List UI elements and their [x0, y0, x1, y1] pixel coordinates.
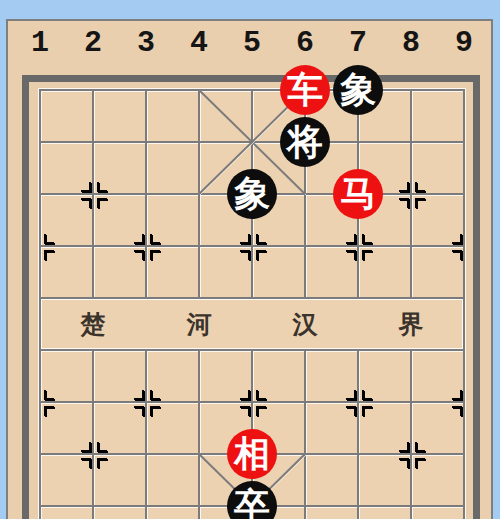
river-label-汉: 汉: [293, 308, 318, 341]
point-mark-bracket: [346, 234, 356, 244]
point-mark-bracket: [97, 442, 107, 452]
point-mark-bracket: [399, 182, 409, 192]
point-mark-bracket: [362, 234, 372, 244]
point-mark-bracket: [81, 442, 91, 452]
point-mark-bracket: [452, 234, 462, 244]
column-label-1: 1: [31, 29, 49, 57]
point-mark-bracket: [256, 250, 266, 260]
piece-red-elephant[interactable]: 相: [227, 429, 277, 479]
point-mark-bracket: [240, 390, 250, 400]
point-mark-bracket: [44, 250, 54, 260]
point-mark-bracket: [44, 390, 54, 400]
piece-black-general[interactable]: 将: [280, 117, 330, 167]
column-label-6: 6: [296, 29, 314, 57]
board-cell[interactable]: [94, 507, 145, 519]
point-mark-bracket: [415, 442, 425, 452]
board-cell[interactable]: [147, 507, 198, 519]
point-mark-bracket: [399, 458, 409, 468]
board-cell[interactable]: [94, 91, 145, 141]
board-cell[interactable]: [359, 507, 410, 519]
point-mark-bracket: [256, 390, 266, 400]
point-mark-bracket: [150, 406, 160, 416]
board-cell[interactable]: [200, 91, 251, 141]
point-mark-bracket: [346, 250, 356, 260]
piece-red-horse[interactable]: 马: [333, 169, 383, 219]
column-label-2: 2: [84, 29, 102, 57]
piece-black-elephant[interactable]: 象: [333, 65, 383, 115]
point-mark-bracket: [97, 458, 107, 468]
point-mark-bracket: [240, 406, 250, 416]
point-mark-bracket: [399, 198, 409, 208]
point-mark-bracket: [150, 250, 160, 260]
point-mark-bracket: [452, 406, 462, 416]
board-cell[interactable]: [306, 507, 357, 519]
column-label-5: 5: [243, 29, 261, 57]
point-mark-bracket: [134, 250, 144, 260]
point-mark-bracket: [134, 406, 144, 416]
point-mark-bracket: [256, 234, 266, 244]
board-cell[interactable]: [412, 91, 463, 141]
point-mark-bracket: [346, 390, 356, 400]
river-label-楚: 楚: [81, 308, 106, 341]
point-mark-bracket: [134, 390, 144, 400]
point-mark-bracket: [134, 234, 144, 244]
column-label-7: 7: [349, 29, 367, 57]
point-mark-bracket: [81, 182, 91, 192]
point-mark-bracket: [150, 234, 160, 244]
point-mark-bracket: [81, 198, 91, 208]
point-mark-bracket: [415, 458, 425, 468]
piece-red-chariot[interactable]: 车: [280, 65, 330, 115]
column-label-8: 8: [402, 29, 420, 57]
point-mark-bracket: [415, 198, 425, 208]
point-mark-bracket: [44, 406, 54, 416]
point-mark-bracket: [240, 250, 250, 260]
point-mark-bracket: [44, 234, 54, 244]
point-mark-bracket: [240, 234, 250, 244]
board-cell[interactable]: [41, 507, 92, 519]
point-mark-bracket: [256, 406, 266, 416]
board-cell[interactable]: [412, 507, 463, 519]
point-mark-bracket: [97, 198, 107, 208]
point-mark-bracket: [346, 406, 356, 416]
piece-black-soldier[interactable]: 卒: [227, 481, 277, 519]
column-label-4: 4: [190, 29, 208, 57]
point-mark-bracket: [81, 458, 91, 468]
point-mark-bracket: [452, 250, 462, 260]
column-label-3: 3: [137, 29, 155, 57]
point-mark-bracket: [399, 442, 409, 452]
board-cell[interactable]: [147, 143, 198, 193]
point-mark-bracket: [362, 390, 372, 400]
board-cell[interactable]: [147, 455, 198, 505]
point-mark-bracket: [362, 406, 372, 416]
board-cell[interactable]: [147, 91, 198, 141]
point-mark-bracket: [415, 182, 425, 192]
piece-black-elephant[interactable]: 象: [227, 169, 277, 219]
point-mark-bracket: [97, 182, 107, 192]
column-label-9: 9: [455, 29, 473, 57]
point-mark-bracket: [362, 250, 372, 260]
river-label-界: 界: [399, 308, 424, 341]
board-cell[interactable]: [41, 91, 92, 141]
river-label-河: 河: [187, 308, 212, 341]
xiangqi-app-window: 123456789 楚河汉界 车象将象马相卒: [0, 0, 500, 519]
board-cell[interactable]: [306, 455, 357, 505]
point-mark-bracket: [452, 390, 462, 400]
point-mark-bracket: [150, 390, 160, 400]
